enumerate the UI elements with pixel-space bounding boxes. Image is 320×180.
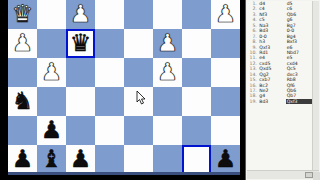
move-list-panel: 1.d4d52.c4c63.Nf3Qb64.c5g65.Na3Bg76.Bd30…: [245, 0, 320, 180]
white-pawn-piece: ♟: [70, 0, 92, 29]
horizontal-scrollbar[interactable]: [247, 170, 319, 179]
square-r6c4[interactable]: [95, 145, 124, 174]
square-r6c2[interactable]: ♝: [37, 145, 66, 174]
square-r5c2[interactable]: ♟: [37, 116, 66, 145]
black-pawn-piece: ♟: [12, 145, 34, 174]
square-r2c5[interactable]: [124, 29, 153, 58]
white-move[interactable]: Bd3: [258, 99, 285, 104]
square-r5c1[interactable]: [8, 116, 37, 145]
square-r6c8[interactable]: ♟: [211, 145, 240, 174]
square-r6c7[interactable]: [182, 145, 211, 174]
scrollbar-thumb[interactable]: [305, 172, 313, 178]
square-r5c5[interactable]: [124, 116, 153, 145]
mouse-cursor-icon: [136, 90, 146, 104]
black-pawn-piece: ♟: [41, 116, 63, 145]
square-r1c6[interactable]: [153, 0, 182, 29]
black-pawn-piece: ♟: [70, 145, 92, 174]
square-r1c4[interactable]: [95, 0, 124, 29]
move-number: 19.: [247, 99, 258, 104]
square-r4c1[interactable]: ♞: [8, 87, 37, 116]
square-r2c3[interactable]: ♛: [66, 29, 95, 58]
square-r5c7[interactable]: [182, 116, 211, 145]
move-row: 19.Bd3Qxf3: [247, 99, 313, 104]
square-r1c8[interactable]: ♟: [211, 0, 240, 29]
square-r4c6[interactable]: [153, 87, 182, 116]
square-r5c4[interactable]: [95, 116, 124, 145]
board-crop-edge: [8, 172, 240, 175]
black-bishop-piece: ♝: [41, 145, 63, 174]
square-r1c3[interactable]: ♟: [66, 0, 95, 29]
white-pawn-piece: ♟: [12, 29, 34, 58]
square-r3c5[interactable]: [124, 58, 153, 87]
square-r3c4[interactable]: [95, 58, 124, 87]
square-r6c3[interactable]: ♟: [66, 145, 95, 174]
white-queen-piece: ♛: [12, 0, 34, 29]
black-pawn-piece: ♟: [215, 145, 237, 174]
black-queen-piece: ♛: [70, 29, 92, 58]
square-r3c3[interactable]: [66, 58, 95, 87]
square-r4c3[interactable]: [66, 87, 95, 116]
white-pawn-piece: ♟: [157, 29, 179, 58]
square-r3c8[interactable]: [211, 58, 240, 87]
square-r6c5[interactable]: [124, 145, 153, 174]
black-move[interactable]: Qxf3: [286, 99, 313, 104]
square-r4c7[interactable]: [182, 87, 211, 116]
white-pawn-piece: ♟: [41, 58, 63, 87]
square-r1c2[interactable]: [37, 0, 66, 29]
white-pawn-piece: ♟: [215, 0, 237, 29]
square-r5c3[interactable]: [66, 116, 95, 145]
square-r2c2[interactable]: [37, 29, 66, 58]
square-r4c8[interactable]: [211, 87, 240, 116]
square-r5c8[interactable]: [211, 116, 240, 145]
square-r1c7[interactable]: [182, 0, 211, 29]
square-r1c5[interactable]: [124, 0, 153, 29]
chess-board: ♛♟♟♟♛♟♟♟♞♟♟♝♟♟: [8, 0, 240, 174]
square-r2c6[interactable]: ♟: [153, 29, 182, 58]
scrollbar-corner: [313, 172, 320, 180]
square-r4c2[interactable]: [37, 87, 66, 116]
square-r2c8[interactable]: [211, 29, 240, 58]
square-r3c6[interactable]: ♟: [153, 58, 182, 87]
square-r3c1[interactable]: [8, 58, 37, 87]
square-r6c6[interactable]: [153, 145, 182, 174]
vertical-scrollbar[interactable]: [312, 1, 319, 171]
black-knight-piece: ♞: [12, 87, 34, 116]
square-r1c1[interactable]: ♛: [8, 0, 37, 29]
square-r3c2[interactable]: ♟: [37, 58, 66, 87]
square-r2c4[interactable]: [95, 29, 124, 58]
white-pawn-piece: ♟: [157, 58, 179, 87]
square-r4c4[interactable]: [95, 87, 124, 116]
move-list[interactable]: 1.d4d52.c4c63.Nf3Qb64.c5g65.Na3Bg76.Bd30…: [247, 1, 313, 171]
square-r3c7[interactable]: [182, 58, 211, 87]
square-r6c1[interactable]: ♟: [8, 145, 37, 174]
square-r2c1[interactable]: ♟: [8, 29, 37, 58]
square-r5c6[interactable]: [153, 116, 182, 145]
square-r2c7[interactable]: [182, 29, 211, 58]
